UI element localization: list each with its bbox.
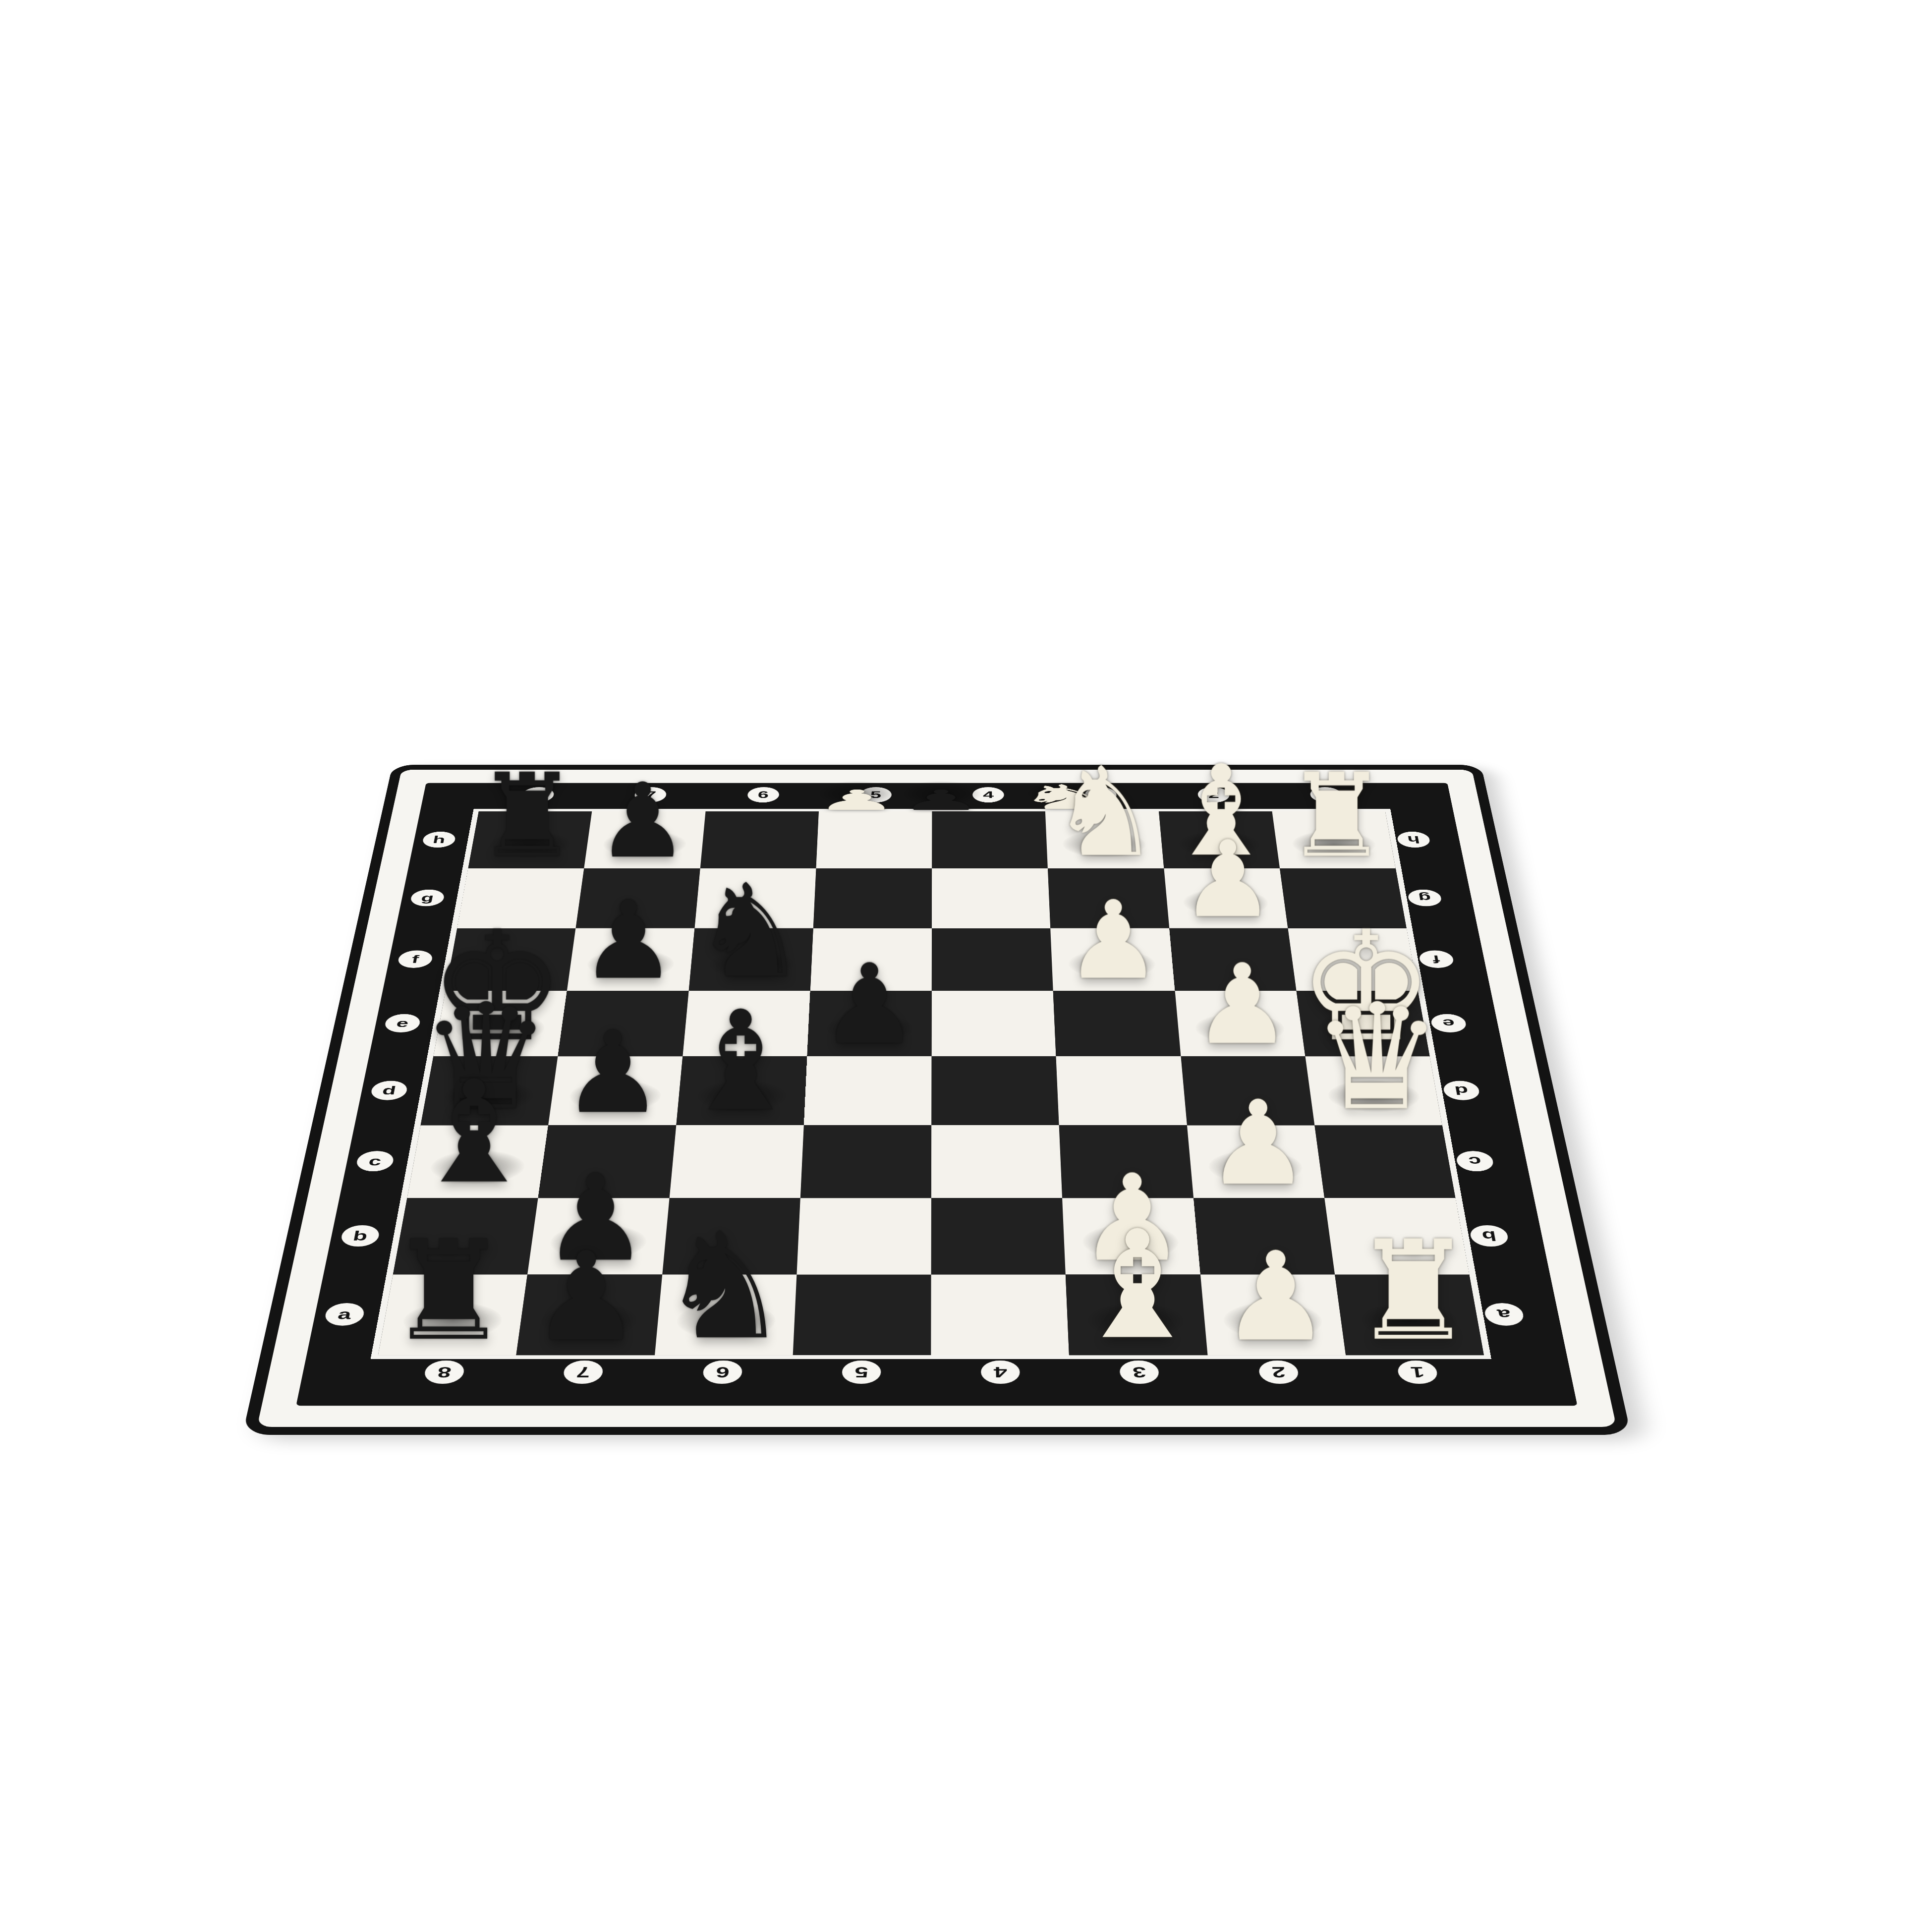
square-h8[interactable]: ♜: [468, 811, 592, 868]
black-pawn-h7[interactable]: ♟: [584, 811, 705, 868]
black-rook-a8[interactable]: ♜: [378, 1274, 528, 1355]
square-f4[interactable]: [932, 928, 1053, 991]
square-g4[interactable]: [932, 868, 1050, 928]
captured-black-pawn[interactable]: ♟: [884, 762, 998, 817]
white-pawn-icon: ♟: [1220, 1239, 1330, 1356]
square-a3[interactable]: ♝: [1066, 1274, 1207, 1355]
square-c6[interactable]: [669, 1126, 803, 1198]
square-d3[interactable]: [1056, 1056, 1187, 1125]
square-e4[interactable]: [931, 991, 1056, 1057]
black-knight-a6[interactable]: ♞: [655, 1274, 797, 1355]
white-pawn-e2[interactable]: ♟: [1175, 991, 1305, 1057]
chess-board: ♜♟♞♝♜♟♟♞♟♚♟♟♚♛♟♝♛♝♟♟♟♜♟♞♝♟♜: [371, 809, 1491, 1360]
square-h3[interactable]: ♞: [1045, 811, 1164, 868]
square-d7[interactable]: ♟: [548, 1056, 682, 1125]
white-bishop-a3[interactable]: ♝: [1066, 1274, 1207, 1355]
square-h4[interactable]: [932, 811, 1048, 868]
square-d1[interactable]: ♛: [1305, 1056, 1442, 1125]
square-h5[interactable]: [816, 811, 932, 868]
black-bishop-icon: ♝: [411, 1065, 538, 1199]
white-pawn-g2[interactable]: ♟: [1164, 868, 1288, 928]
square-a5[interactable]: [793, 1274, 931, 1355]
captured-white-pawn-icon: ♟: [814, 787, 898, 813]
captured-white-knight-icon: ♞: [1015, 781, 1117, 813]
square-e2[interactable]: ♟: [1175, 991, 1305, 1057]
black-rook-h8[interactable]: ♜: [468, 811, 592, 868]
square-h1[interactable]: ♜: [1272, 811, 1395, 868]
black-rook-icon: ♜: [387, 1226, 510, 1356]
black-pawn-icon: ♟: [820, 953, 919, 1058]
square-f3[interactable]: ♟: [1050, 928, 1175, 991]
white-queen-d1[interactable]: ♛: [1305, 1056, 1442, 1125]
black-knight-icon: ♞: [659, 1217, 791, 1356]
coord-bottom-4: 4: [981, 1361, 1020, 1384]
black-pawn-e5[interactable]: ♟: [807, 991, 932, 1057]
black-bishop-c8[interactable]: ♝: [407, 1126, 548, 1198]
black-bishop-icon: ♝: [679, 996, 802, 1127]
square-d6[interactable]: ♝: [676, 1056, 807, 1125]
square-g2[interactable]: ♟: [1164, 868, 1288, 928]
white-rook-a1[interactable]: ♜: [1335, 1274, 1484, 1355]
black-pawn-f7[interactable]: ♟: [567, 928, 694, 991]
square-e5[interactable]: ♟: [807, 991, 932, 1057]
black-pawn-a7[interactable]: ♟: [516, 1274, 662, 1355]
captured-black-pawn-icon: ♟: [899, 787, 982, 813]
white-rook-h1[interactable]: ♜: [1272, 811, 1395, 868]
white-rook-icon: ♜: [1285, 761, 1388, 871]
square-c8[interactable]: ♝: [407, 1126, 548, 1198]
black-knight-icon: ♞: [692, 870, 808, 993]
product-photo-scene: ♜♟♞♝♜♟♟♞♟♚♟♟♚♛♟♝♛♝♟♟♟♜♟♞♝♟♜ 887766554433…: [0, 0, 1932, 1932]
square-e3[interactable]: [1053, 991, 1181, 1057]
square-a7[interactable]: ♟: [516, 1274, 662, 1355]
white-pawn-f3[interactable]: ♟: [1050, 928, 1175, 991]
black-pawn-icon: ♟: [580, 890, 677, 992]
white-pawn-icon: ♟: [1193, 953, 1292, 1058]
white-queen-icon: ♛: [1311, 988, 1442, 1128]
black-pawn-icon: ♟: [531, 1239, 641, 1356]
square-a6[interactable]: ♞: [655, 1274, 797, 1355]
square-c1[interactable]: [1314, 1126, 1455, 1198]
square-a1[interactable]: ♜: [1335, 1274, 1484, 1355]
chess-mat: ♜♟♞♝♜♟♟♞♟♚♟♟♚♛♟♝♛♝♟♟♟♜♟♞♝♟♜ 887766554433…: [242, 765, 1631, 1435]
coord-bottom-5: 5: [842, 1361, 881, 1384]
black-pawn-icon: ♟: [597, 772, 689, 870]
white-pawn-a2[interactable]: ♟: [1200, 1274, 1345, 1355]
black-pawn-d7[interactable]: ♟: [548, 1056, 682, 1125]
square-d5[interactable]: [804, 1056, 932, 1125]
square-g5[interactable]: [813, 868, 932, 928]
black-rook-icon: ♜: [476, 761, 579, 871]
white-pawn-icon: ♟: [1065, 890, 1162, 992]
square-h7[interactable]: ♟: [584, 811, 705, 868]
square-c4[interactable]: [931, 1126, 1062, 1198]
black-bishop-d6[interactable]: ♝: [676, 1056, 807, 1125]
white-pawn-icon: ♟: [1181, 829, 1275, 929]
square-f7[interactable]: ♟: [567, 928, 694, 991]
square-a2[interactable]: ♟: [1200, 1274, 1345, 1355]
square-a4[interactable]: [931, 1274, 1069, 1355]
square-c2[interactable]: ♟: [1187, 1126, 1325, 1198]
square-c5[interactable]: [800, 1126, 932, 1198]
square-a8[interactable]: ♜: [378, 1274, 528, 1355]
white-pawn-c2[interactable]: ♟: [1187, 1126, 1325, 1198]
black-pawn-icon: ♟: [562, 1019, 664, 1126]
white-pawn-icon: ♟: [1206, 1088, 1310, 1199]
white-bishop-icon: ♝: [1071, 1215, 1204, 1357]
square-d4[interactable]: [931, 1056, 1059, 1125]
captured-white-knight[interactable]: ♞: [1008, 762, 1124, 817]
white-rook-icon: ♜: [1352, 1226, 1475, 1356]
white-knight-h3[interactable]: ♞: [1045, 811, 1164, 868]
